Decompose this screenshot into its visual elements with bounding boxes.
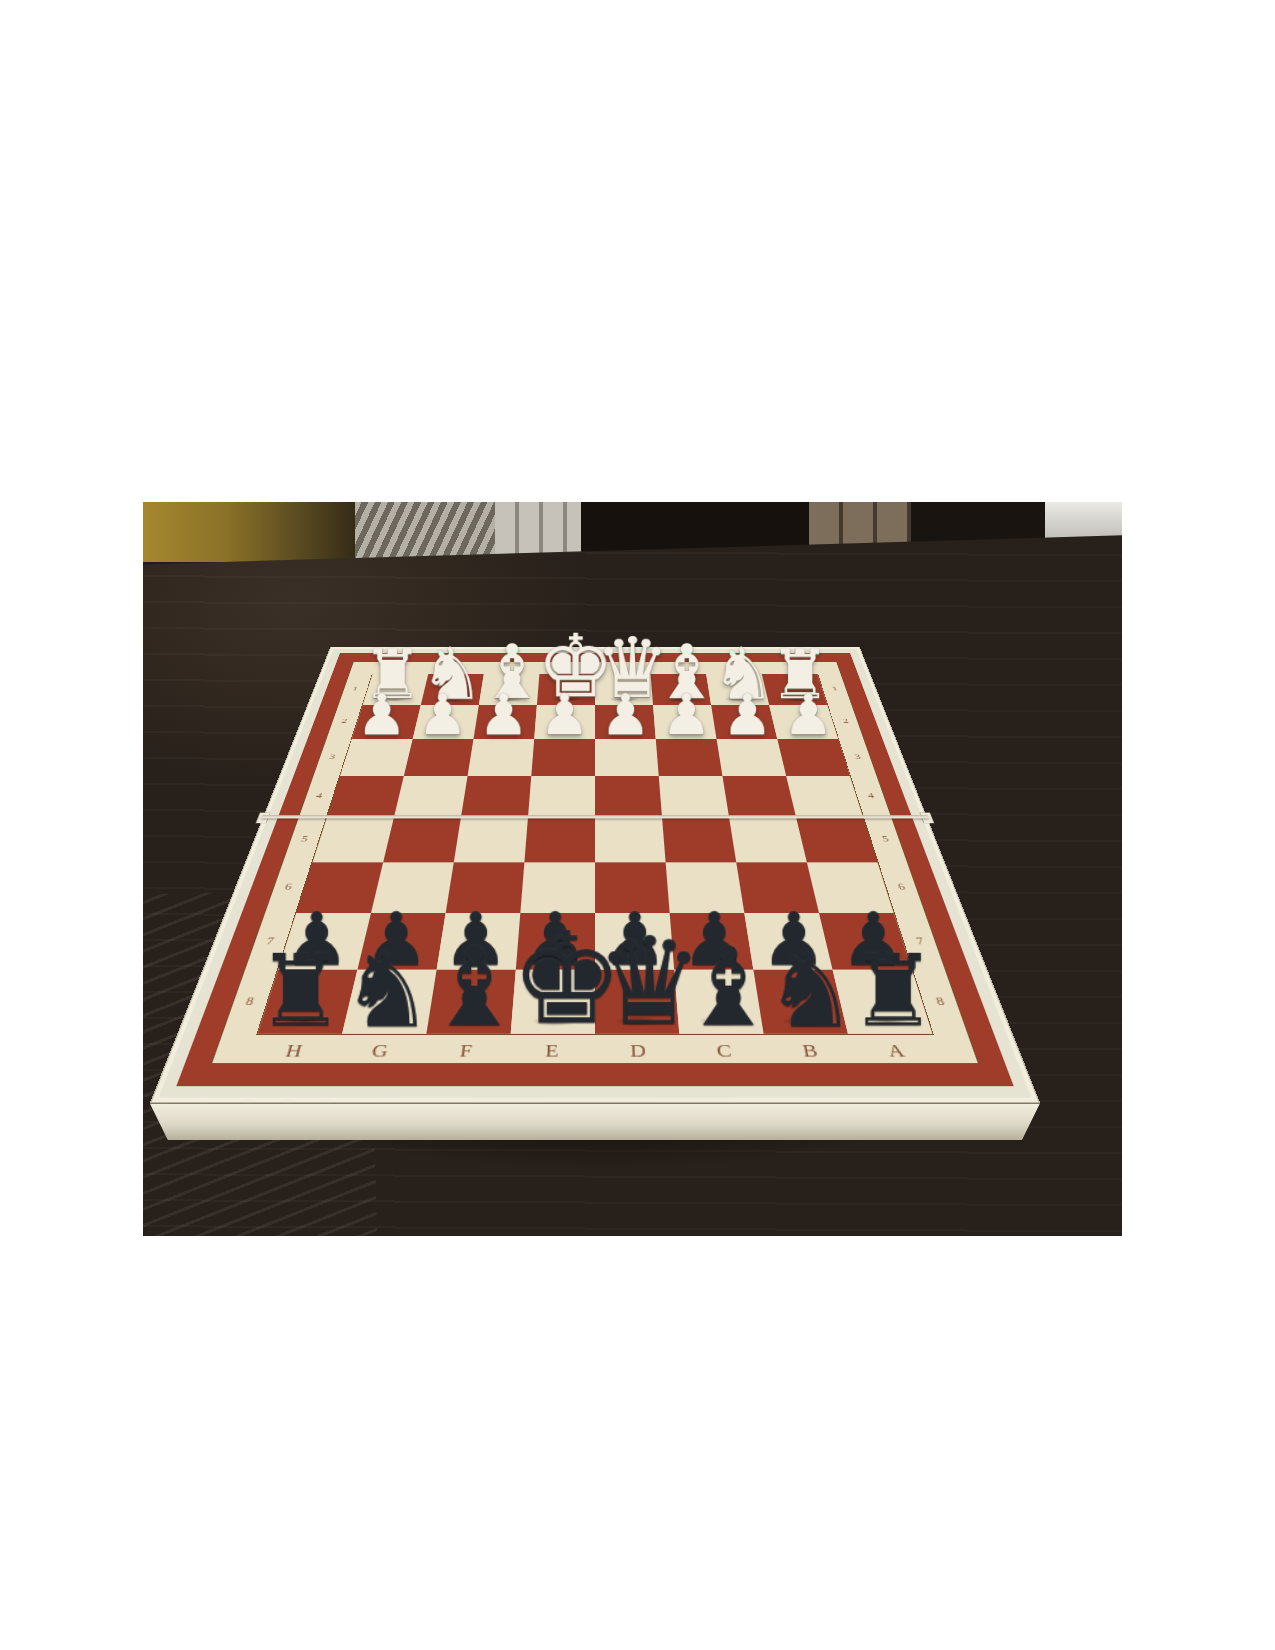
square-e3: [531, 739, 595, 776]
file-label: F: [421, 1038, 510, 1065]
square-h5: [313, 817, 394, 862]
square-e8: ♚: [511, 970, 595, 1034]
square-b2: ♟: [711, 705, 777, 739]
file-label: E: [508, 1038, 595, 1065]
square-e2: ♟: [534, 705, 595, 739]
file-label: G: [334, 1038, 426, 1065]
file-label: B: [765, 1038, 857, 1065]
chess-photo: HGFEDCBA 12345678 12345678 ♜♞♝♚♛♝♞♜♟♟♟♟♟…: [143, 502, 1122, 1236]
background-wall: [143, 502, 355, 562]
background-window-panels: [495, 502, 581, 557]
black-bishop: ♝: [426, 937, 511, 1037]
white-pawn: ♟: [534, 689, 595, 741]
square-b3: [717, 739, 787, 776]
square-a5: [796, 817, 877, 862]
black-rook: ♜: [256, 947, 341, 1038]
file-label: C: [680, 1038, 769, 1065]
white-pawn: ♟: [473, 689, 534, 741]
square-a2: ♟: [769, 705, 838, 739]
black-king: ♚: [510, 921, 595, 1037]
black-queen: ♛: [595, 926, 680, 1038]
square-d8: ♛: [595, 970, 679, 1034]
file-labels: HGFEDCBA: [246, 1038, 943, 1065]
square-d3: [595, 739, 659, 776]
square-h3: [340, 739, 413, 776]
black-knight: ♞: [764, 942, 849, 1037]
square-g5: [383, 817, 461, 862]
squares-grid: ♜♞♝♚♛♝♞♜♟♟♟♟♟♟♟♟♟♟♟♟♟♟♟♟♜♞♝♚♛♝♞♜: [256, 674, 934, 1035]
square-c5: [662, 817, 736, 862]
file-label: A: [850, 1038, 944, 1065]
square-g8: ♞: [342, 970, 437, 1034]
square-d5: [595, 817, 666, 862]
file-label: H: [246, 1038, 340, 1065]
square-g3: [404, 739, 474, 776]
black-knight: ♞: [341, 942, 426, 1037]
square-d2: ♟: [595, 705, 656, 739]
square-e5: [524, 817, 595, 862]
fold-seam: [261, 815, 929, 818]
square-c2: ♟: [653, 705, 716, 739]
square-g2: ♟: [413, 705, 479, 739]
black-rook: ♜: [849, 947, 934, 1038]
white-pawn: ♟: [656, 689, 717, 741]
photo-page: HGFEDCBA 12345678 12345678 ♜♞♝♚♛♝♞♜♟♟♟♟♟…: [0, 0, 1275, 1650]
background-striped-chair: [355, 502, 495, 559]
file-label: D: [595, 1038, 682, 1065]
square-h2: ♟: [352, 705, 421, 739]
square-c3: [656, 739, 723, 776]
square-f5: [454, 817, 528, 862]
white-pawn: ♟: [412, 689, 473, 741]
white-pawn: ♟: [717, 689, 778, 741]
square-f8: ♝: [426, 970, 515, 1034]
square-a3: [777, 739, 850, 776]
square-b8: ♞: [753, 970, 848, 1034]
white-pawn: ♟: [595, 689, 656, 741]
square-f2: ♟: [473, 705, 536, 739]
box-front-face: [150, 1103, 1040, 1140]
square-f3: [468, 739, 535, 776]
square-b5: [729, 817, 807, 862]
